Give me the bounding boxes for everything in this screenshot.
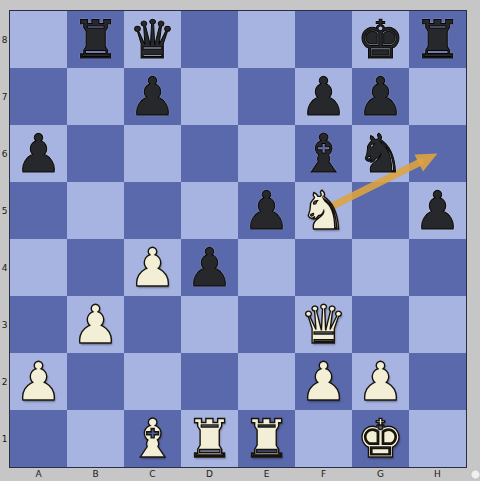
square-h3[interactable]: [409, 296, 466, 353]
square-d4[interactable]: ♟: [181, 239, 238, 296]
black-rook-b8[interactable]: ♜: [72, 11, 120, 68]
square-a8[interactable]: [10, 11, 67, 68]
square-b5[interactable]: [67, 182, 124, 239]
square-b6[interactable]: [67, 125, 124, 182]
white-queen-f3[interactable]: ♛: [300, 296, 348, 353]
file-label-b: B: [67, 466, 124, 481]
square-h7[interactable]: [409, 68, 466, 125]
square-g6[interactable]: ♞: [352, 125, 409, 182]
rank-label-8: 8: [0, 11, 9, 68]
square-e6[interactable]: [238, 125, 295, 182]
white-pawn-f2[interactable]: ♟: [300, 353, 348, 410]
square-d3[interactable]: [181, 296, 238, 353]
square-a1[interactable]: [10, 410, 67, 467]
chess-board-window: 87654321 ♜♛♚♜♟♟♟♟♝♞♟♞♟♟♟♟♛♟♟♟♝♜♜♚ ABCDEF…: [0, 0, 480, 481]
white-pawn-c4[interactable]: ♟: [129, 239, 177, 296]
black-rook-h8[interactable]: ♜: [414, 11, 462, 68]
white-rook-e1[interactable]: ♜: [243, 410, 291, 467]
square-e5[interactable]: ♟: [238, 182, 295, 239]
square-b4[interactable]: [67, 239, 124, 296]
square-c1[interactable]: ♝: [124, 410, 181, 467]
square-d5[interactable]: [181, 182, 238, 239]
square-b3[interactable]: ♟: [67, 296, 124, 353]
rank-label-1: 1: [0, 410, 9, 467]
square-c7[interactable]: ♟: [124, 68, 181, 125]
square-b7[interactable]: [67, 68, 124, 125]
chess-board[interactable]: ♜♛♚♜♟♟♟♟♝♞♟♞♟♟♟♟♛♟♟♟♝♜♜♚: [10, 11, 466, 467]
square-f2[interactable]: ♟: [295, 353, 352, 410]
rank-label-7: 7: [0, 68, 9, 125]
square-d8[interactable]: [181, 11, 238, 68]
square-a7[interactable]: [10, 68, 67, 125]
square-c4[interactable]: ♟: [124, 239, 181, 296]
square-f8[interactable]: [295, 11, 352, 68]
square-a6[interactable]: ♟: [10, 125, 67, 182]
square-f7[interactable]: ♟: [295, 68, 352, 125]
white-knight-f5[interactable]: ♞: [300, 182, 348, 239]
square-c8[interactable]: ♛: [124, 11, 181, 68]
square-g2[interactable]: ♟: [352, 353, 409, 410]
square-h8[interactable]: ♜: [409, 11, 466, 68]
square-g3[interactable]: [352, 296, 409, 353]
white-pawn-b3[interactable]: ♟: [72, 296, 120, 353]
black-bishop-f6[interactable]: ♝: [300, 125, 348, 182]
square-e1[interactable]: ♜: [238, 410, 295, 467]
square-e4[interactable]: [238, 239, 295, 296]
rank-label-6: 6: [0, 125, 9, 182]
square-f4[interactable]: [295, 239, 352, 296]
square-g5[interactable]: [352, 182, 409, 239]
square-b1[interactable]: [67, 410, 124, 467]
square-g4[interactable]: [352, 239, 409, 296]
rank-label-2: 2: [0, 353, 9, 410]
square-b2[interactable]: [67, 353, 124, 410]
file-label-f: F: [295, 466, 352, 481]
square-c2[interactable]: [124, 353, 181, 410]
square-a4[interactable]: [10, 239, 67, 296]
square-d6[interactable]: [181, 125, 238, 182]
black-pawn-f7[interactable]: ♟: [300, 68, 348, 125]
square-b8[interactable]: ♜: [67, 11, 124, 68]
square-f5[interactable]: ♞: [295, 182, 352, 239]
black-pawn-c7[interactable]: ♟: [129, 68, 177, 125]
black-pawn-a6[interactable]: ♟: [15, 125, 63, 182]
black-pawn-e5[interactable]: ♟: [243, 182, 291, 239]
square-f3[interactable]: ♛: [295, 296, 352, 353]
square-a5[interactable]: [10, 182, 67, 239]
white-pawn-a2[interactable]: ♟: [15, 353, 63, 410]
square-f1[interactable]: [295, 410, 352, 467]
square-e3[interactable]: [238, 296, 295, 353]
black-king-g8[interactable]: ♚: [357, 11, 405, 68]
square-a3[interactable]: [10, 296, 67, 353]
black-queen-c8[interactable]: ♛: [129, 11, 177, 68]
square-g1[interactable]: ♚: [352, 410, 409, 467]
rank-label-4: 4: [0, 239, 9, 296]
square-h2[interactable]: [409, 353, 466, 410]
square-e8[interactable]: [238, 11, 295, 68]
square-a2[interactable]: ♟: [10, 353, 67, 410]
square-g7[interactable]: ♟: [352, 68, 409, 125]
black-pawn-d4[interactable]: ♟: [186, 239, 234, 296]
square-c5[interactable]: [124, 182, 181, 239]
resize-grip-dot: [471, 470, 480, 479]
black-pawn-h5[interactable]: ♟: [414, 182, 462, 239]
square-d1[interactable]: ♜: [181, 410, 238, 467]
square-c3[interactable]: [124, 296, 181, 353]
rank-label-5: 5: [0, 182, 9, 239]
square-f6[interactable]: ♝: [295, 125, 352, 182]
square-g8[interactable]: ♚: [352, 11, 409, 68]
square-d2[interactable]: [181, 353, 238, 410]
rank-labels: 87654321: [0, 11, 9, 467]
square-d7[interactable]: [181, 68, 238, 125]
white-rook-d1[interactable]: ♜: [186, 410, 234, 467]
rank-label-3: 3: [0, 296, 9, 353]
file-label-h: H: [409, 466, 466, 481]
board-frame: ♜♛♚♜♟♟♟♟♝♞♟♞♟♟♟♟♛♟♟♟♝♜♜♚: [9, 10, 467, 468]
black-knight-g6[interactable]: ♞: [357, 125, 405, 182]
square-h6[interactable]: [409, 125, 466, 182]
square-h1[interactable]: [409, 410, 466, 467]
white-king-g1[interactable]: ♚: [357, 410, 405, 467]
white-pawn-g2[interactable]: ♟: [357, 353, 405, 410]
square-e2[interactable]: [238, 353, 295, 410]
square-h5[interactable]: ♟: [409, 182, 466, 239]
square-e7[interactable]: [238, 68, 295, 125]
white-bishop-c1[interactable]: ♝: [129, 410, 177, 467]
file-label-a: A: [10, 466, 67, 481]
square-h4[interactable]: [409, 239, 466, 296]
black-pawn-g7[interactable]: ♟: [357, 68, 405, 125]
square-c6[interactable]: [124, 125, 181, 182]
